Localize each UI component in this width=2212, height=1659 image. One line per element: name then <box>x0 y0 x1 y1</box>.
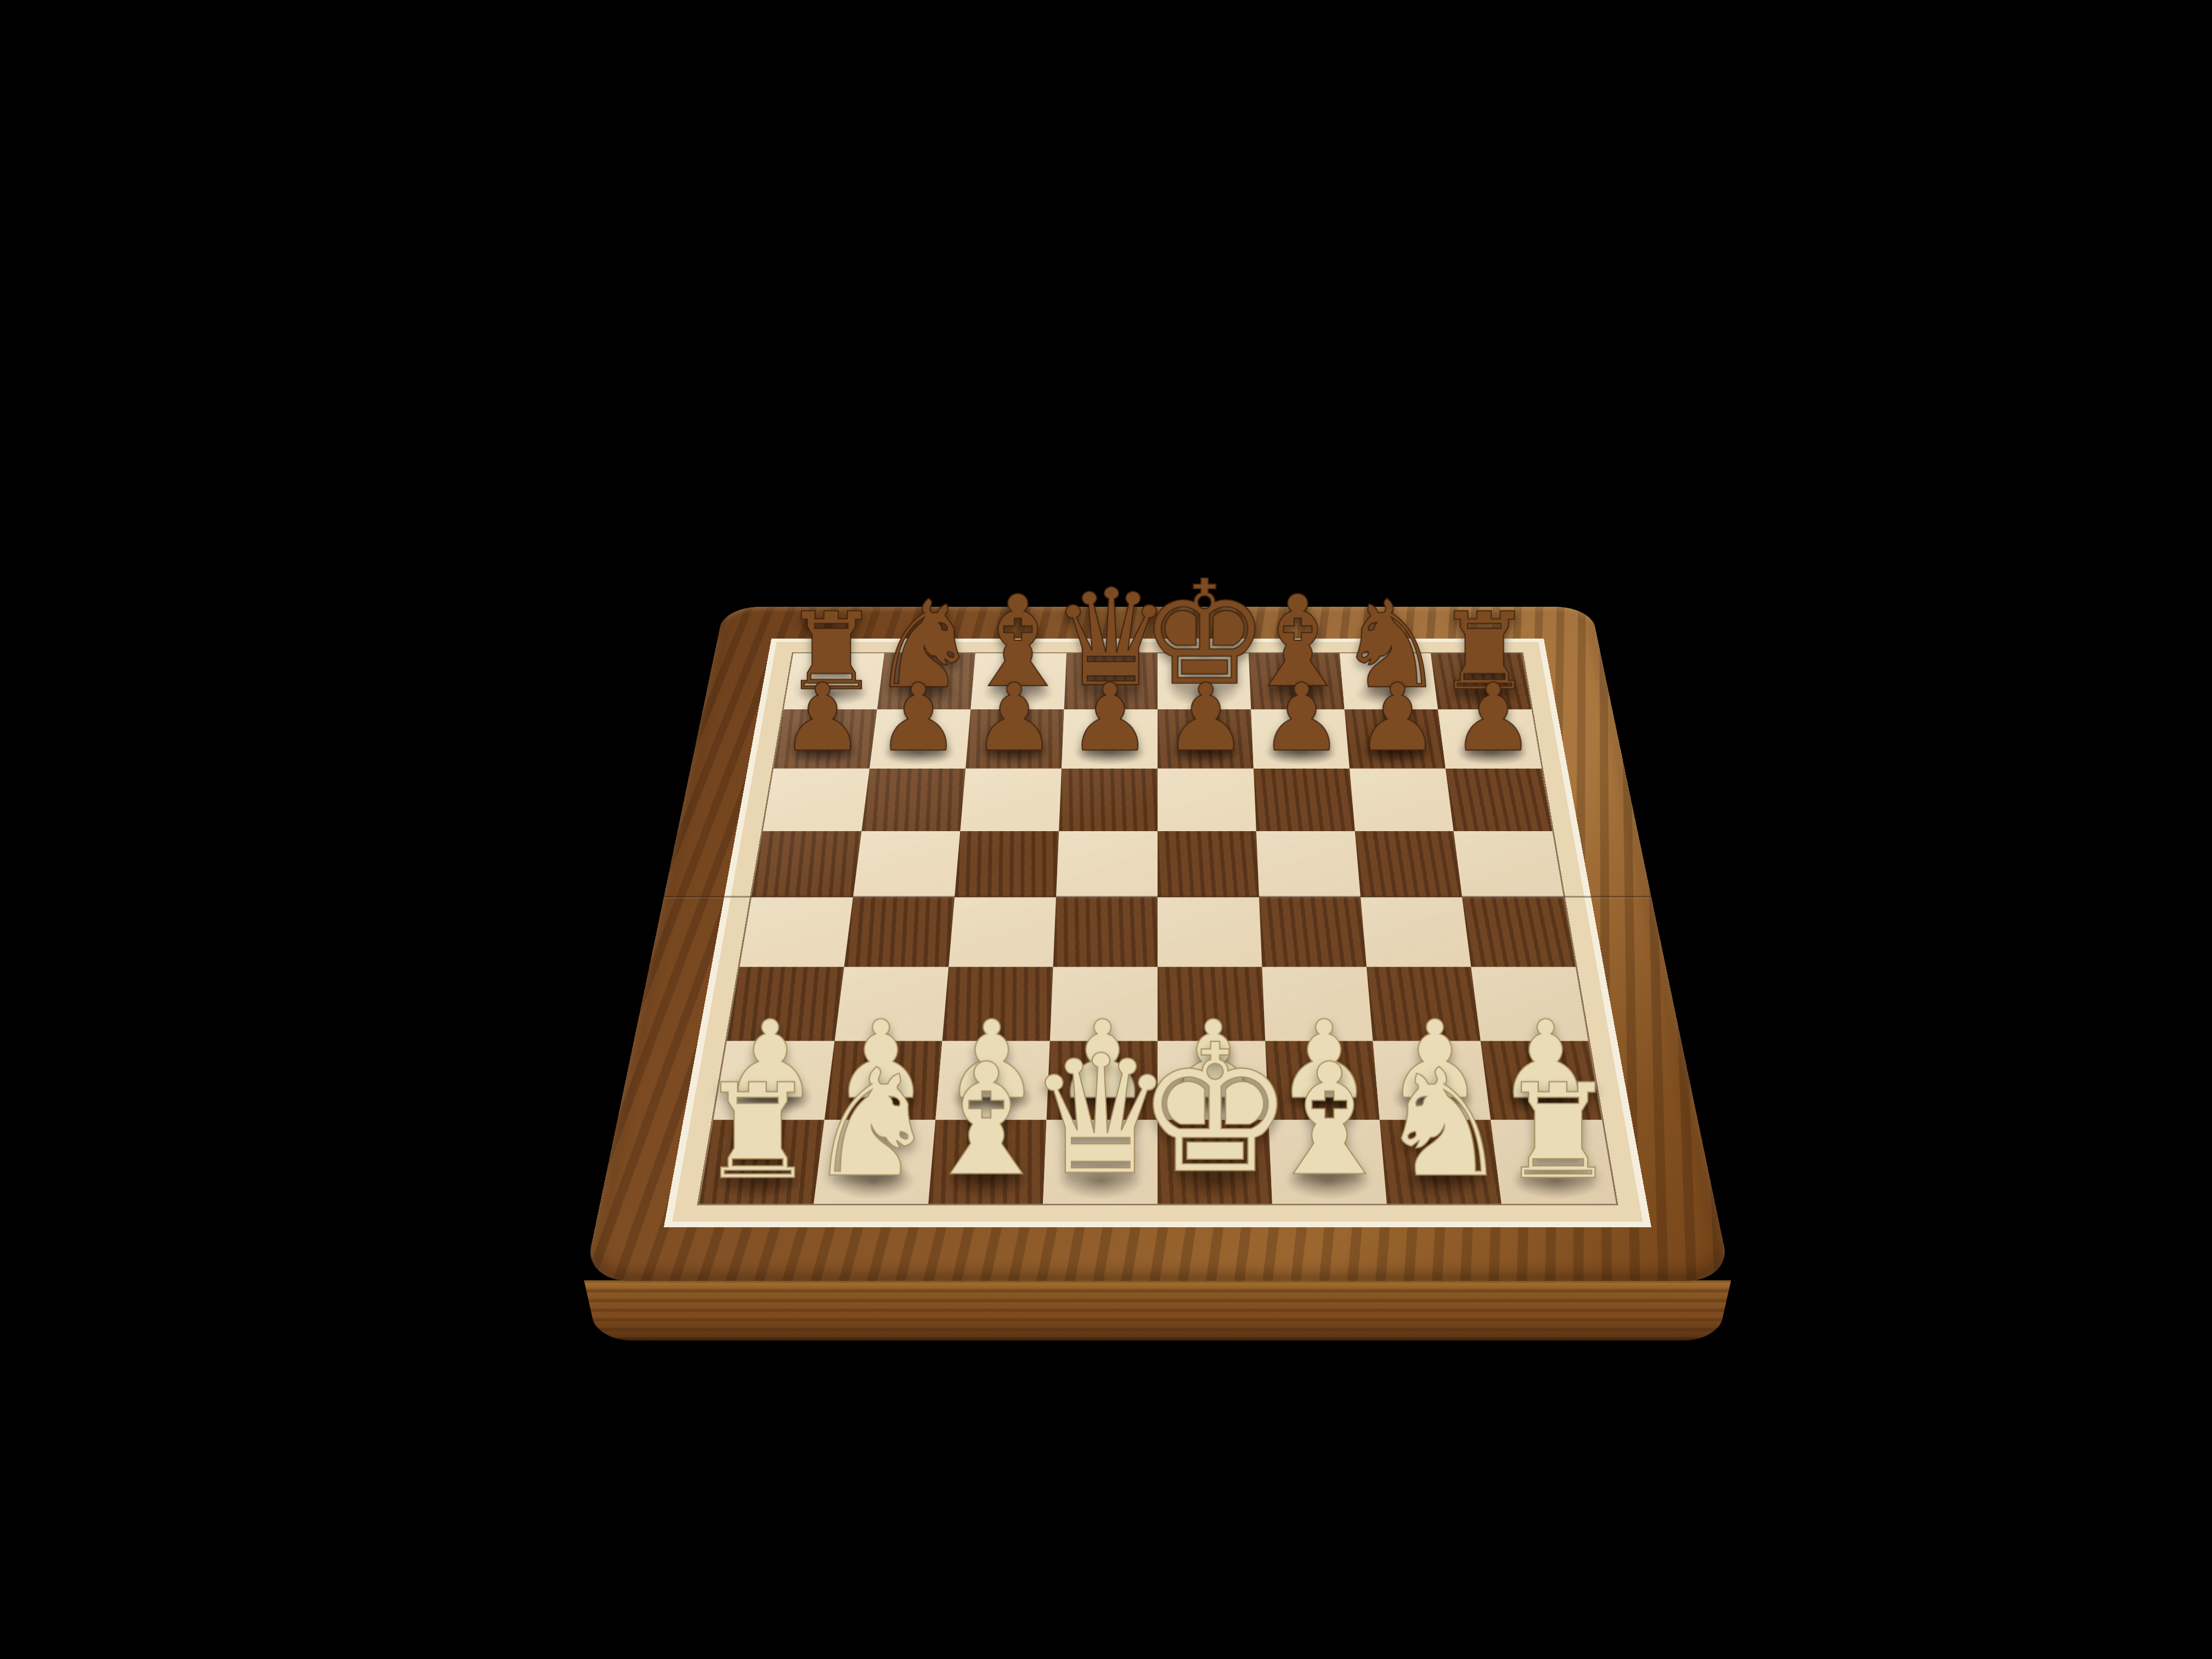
square-a6 <box>763 769 870 831</box>
folding-chess-box: ♜♞♝♛♚♝♞♜♟♟♟♟♟♟♟♟♟♟♟♟♟♟♟♟♜♞♝♛♚♝♞♜ <box>584 607 1731 1280</box>
square-f6 <box>1254 769 1355 831</box>
piece-black-pawn: ♟ <box>1451 671 1534 764</box>
square-h6 <box>1446 769 1552 831</box>
square-d4 <box>1053 897 1158 967</box>
square-f7: ♟ <box>1251 709 1350 769</box>
board-maple-border: ♜♞♝♛♚♝♞♜♟♟♟♟♟♟♟♟♟♟♟♟♟♟♟♟♜♞♝♛♚♝♞♜ <box>664 639 1651 1227</box>
square-e7: ♟ <box>1158 709 1254 769</box>
box-front-face <box>584 1280 1731 1341</box>
square-c5 <box>955 831 1059 897</box>
square-f1: ♝ <box>1268 1120 1386 1204</box>
square-a5 <box>752 831 861 897</box>
square-e4 <box>1158 897 1262 967</box>
board-frame: ♜♞♝♛♚♝♞♜♟♟♟♟♟♟♟♟♟♟♟♟♟♟♟♟♜♞♝♛♚♝♞♜ <box>584 607 1731 1280</box>
square-h5 <box>1454 831 1564 897</box>
piece-black-pawn: ♟ <box>1355 671 1438 764</box>
piece-white-rook: ♜ <box>1499 1066 1617 1198</box>
square-a4 <box>740 897 853 967</box>
square-a7: ♟ <box>774 709 877 769</box>
square-b6 <box>861 769 966 831</box>
piece-black-pawn: ♟ <box>1260 671 1343 764</box>
square-h4 <box>1462 897 1576 967</box>
square-b4 <box>844 897 955 967</box>
square-d7: ♟ <box>1062 709 1158 769</box>
square-e5 <box>1158 831 1259 897</box>
piece-black-pawn: ♟ <box>1164 671 1247 764</box>
square-e1: ♚ <box>1158 1120 1272 1204</box>
square-d5 <box>1056 831 1158 897</box>
square-b7: ♟ <box>870 709 970 769</box>
square-b5 <box>853 831 960 897</box>
square-h1: ♜ <box>1491 1120 1616 1204</box>
square-c4 <box>949 897 1056 967</box>
square-g7: ♟ <box>1345 709 1446 769</box>
square-g4 <box>1361 897 1471 967</box>
square-g6 <box>1350 769 1454 831</box>
piece-black-pawn: ♟ <box>972 671 1056 764</box>
square-e6 <box>1158 769 1256 831</box>
square-g5 <box>1355 831 1462 897</box>
square-d6 <box>1059 769 1158 831</box>
square-f4 <box>1259 897 1367 967</box>
piece-black-pawn: ♟ <box>876 671 960 764</box>
piece-white-knight: ♞ <box>1377 1049 1510 1198</box>
chess-set-scene: ♜♞♝♛♚♝♞♜♟♟♟♟♟♟♟♟♟♟♟♟♟♟♟♟♜♞♝♛♚♝♞♜ <box>664 403 1651 1391</box>
square-c6 <box>960 769 1062 831</box>
square-f5 <box>1256 831 1361 897</box>
square-c7: ♟ <box>966 709 1064 769</box>
piece-white-rook: ♜ <box>698 1066 816 1198</box>
square-h7: ♟ <box>1438 709 1542 769</box>
piece-black-pawn: ♟ <box>1068 671 1152 764</box>
piece-black-pawn: ♟ <box>781 671 864 764</box>
chess-board: ♜♞♝♛♚♝♞♜♟♟♟♟♟♟♟♟♟♟♟♟♟♟♟♟♜♞♝♛♚♝♞♜ <box>699 653 1616 1204</box>
photo-background: ♜♞♝♛♚♝♞♜♟♟♟♟♟♟♟♟♟♟♟♟♟♟♟♟♜♞♝♛♚♝♞♜ <box>0 0 2212 1659</box>
square-g1: ♞ <box>1380 1120 1502 1204</box>
